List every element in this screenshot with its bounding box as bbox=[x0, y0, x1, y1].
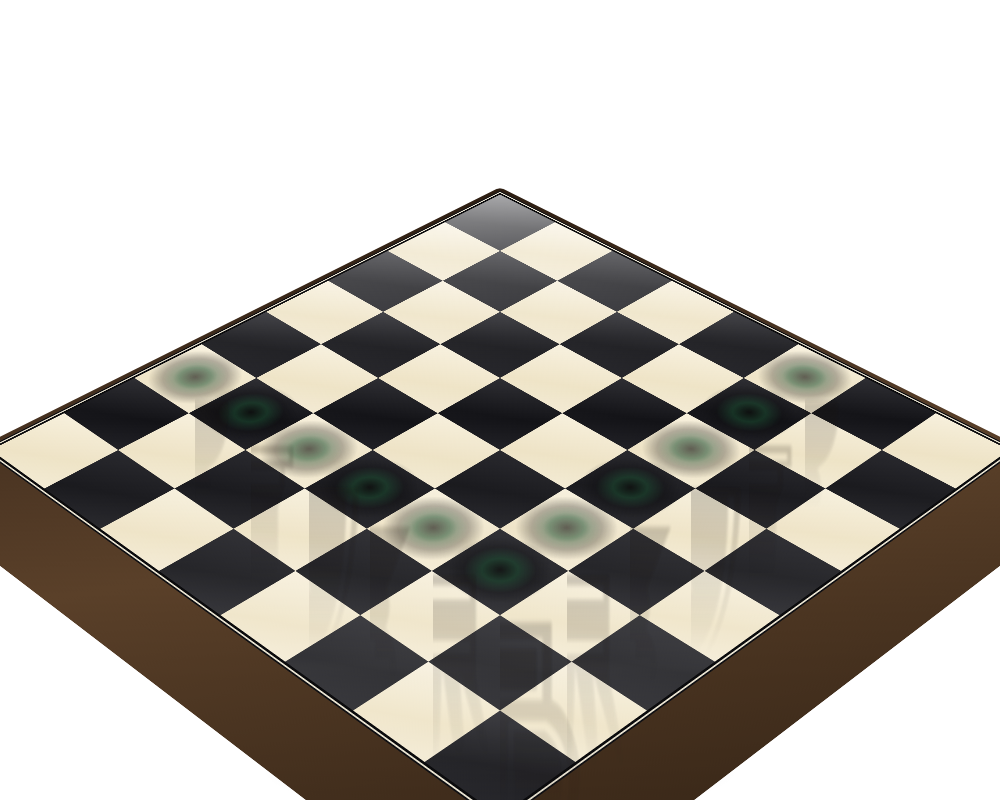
product-photo: ♟♟♜♜♞♞♝♝♛♛♚♚♛♛♝♝♞♞♜♜♟♟ bbox=[0, 0, 1000, 800]
scene-3d: ♟♟♜♜♞♞♝♝♛♛♚♚♛♛♝♝♞♞♜♜♟♟ bbox=[0, 0, 1000, 800]
king-glyph: ♚ bbox=[397, 184, 603, 580]
pieces-layer: ♟♟♜♜♞♞♝♝♛♛♚♚♛♛♝♝♞♞♜♜♟♟ bbox=[0, 194, 1000, 800]
chessboard: ♟♟♜♜♞♞♝♝♛♛♚♚♛♛♝♝♞♞♜♜♟♟ bbox=[0, 160, 1000, 800]
